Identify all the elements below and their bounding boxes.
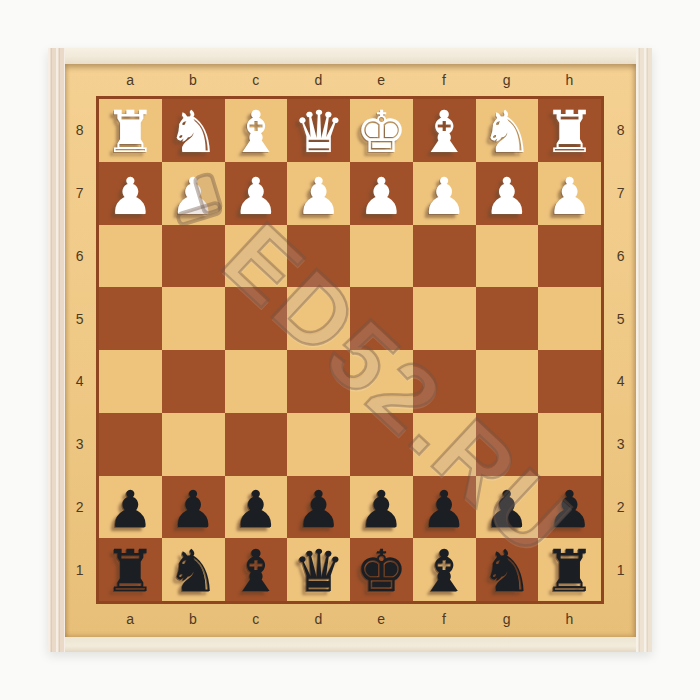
square-f6[interactable]: [413, 225, 476, 288]
square-c1[interactable]: ♝: [225, 538, 288, 601]
rank-label-8-left: 8: [65, 99, 95, 162]
rank-label-4-right: 4: [606, 350, 636, 413]
rank-label-2-left: 2: [65, 476, 95, 539]
demonstration-chessboard: abcdefgh abcdefgh 87654321 87654321 ♜♞♝♛…: [48, 48, 652, 652]
square-c6[interactable]: [225, 225, 288, 288]
square-e2[interactable]: ♟: [350, 476, 413, 539]
frame-bottom-bar: [48, 637, 652, 652]
piece-white-bishop-f8[interactable]: ♝: [418, 104, 470, 161]
piece-black-king-e1[interactable]: ♚: [355, 543, 407, 600]
square-d5[interactable]: [287, 287, 350, 350]
square-e4[interactable]: [350, 350, 413, 413]
square-c4[interactable]: [225, 350, 288, 413]
rank-label-3-right: 3: [606, 413, 636, 476]
square-a6[interactable]: [99, 225, 162, 288]
file-label-f-top: f: [413, 67, 476, 93]
frame-left-bar: [48, 48, 65, 652]
frame-right-bar: [636, 48, 652, 652]
square-e7[interactable]: ♟: [350, 162, 413, 225]
piece-black-pawn-f2[interactable]: ♟: [421, 485, 467, 535]
rank-label-7-right: 7: [606, 162, 636, 225]
rank-label-4-left: 4: [65, 350, 95, 413]
piece-black-pawn-c2[interactable]: ♟: [233, 485, 279, 535]
piece-black-pawn-a2[interactable]: ♟: [108, 485, 154, 535]
square-d2[interactable]: ♟: [287, 476, 350, 539]
square-h7[interactable]: ♟: [538, 162, 601, 225]
piece-white-rook-a8[interactable]: ♜: [104, 104, 156, 161]
piece-white-pawn-d7[interactable]: ♟: [296, 172, 342, 222]
square-g2[interactable]: ♟: [476, 476, 539, 539]
square-b2[interactable]: ♟: [162, 476, 225, 539]
square-h6[interactable]: [538, 225, 601, 288]
rank-labels-right: 87654321: [606, 99, 636, 601]
rank-label-6-right: 6: [606, 225, 636, 288]
square-g1[interactable]: ♞: [476, 538, 539, 601]
piece-white-pawn-f7[interactable]: ♟: [421, 172, 467, 222]
square-c2[interactable]: ♟: [225, 476, 288, 539]
square-c7[interactable]: ♟: [225, 162, 288, 225]
rank-label-3-left: 3: [65, 413, 95, 476]
piece-black-bishop-c1[interactable]: ♝: [230, 543, 282, 600]
piece-white-knight-g8[interactable]: ♞: [481, 104, 533, 161]
rank-label-8-right: 8: [606, 99, 636, 162]
piece-white-queen-d8[interactable]: ♛: [293, 104, 345, 161]
square-g8[interactable]: ♞: [476, 99, 539, 162]
square-e6[interactable]: [350, 225, 413, 288]
square-g3[interactable]: [476, 413, 539, 476]
square-d3[interactable]: [287, 413, 350, 476]
square-a1[interactable]: ♜: [99, 538, 162, 601]
square-d4[interactable]: [287, 350, 350, 413]
file-label-h-bottom: h: [538, 606, 601, 632]
piece-white-rook-h8[interactable]: ♜: [544, 104, 596, 161]
square-b3[interactable]: [162, 413, 225, 476]
rank-label-6-left: 6: [65, 225, 95, 288]
square-f7[interactable]: ♟: [413, 162, 476, 225]
square-b4[interactable]: [162, 350, 225, 413]
square-a7[interactable]: ♟: [99, 162, 162, 225]
square-a3[interactable]: [99, 413, 162, 476]
square-c5[interactable]: [225, 287, 288, 350]
square-d8[interactable]: ♛: [287, 99, 350, 162]
piece-white-pawn-b7[interactable]: ♟: [170, 172, 216, 222]
file-label-c-top: c: [225, 67, 288, 93]
square-h1[interactable]: ♜: [538, 538, 601, 601]
square-a8[interactable]: ♜: [99, 99, 162, 162]
square-c8[interactable]: ♝: [225, 99, 288, 162]
piece-white-pawn-g7[interactable]: ♟: [484, 172, 530, 222]
square-f2[interactable]: ♟: [413, 476, 476, 539]
file-label-e-bottom: e: [350, 606, 413, 632]
file-labels-bottom: abcdefgh: [99, 606, 601, 632]
file-label-f-bottom: f: [413, 606, 476, 632]
piece-white-pawn-a7[interactable]: ♟: [108, 172, 154, 222]
piece-black-pawn-g2[interactable]: ♟: [484, 485, 530, 535]
file-labels-top: abcdefgh: [99, 67, 601, 93]
file-label-a-top: a: [99, 67, 162, 93]
file-label-d-bottom: d: [287, 606, 350, 632]
file-label-h-top: h: [538, 67, 601, 93]
square-g5[interactable]: [476, 287, 539, 350]
file-label-d-top: d: [287, 67, 350, 93]
board-field: abcdefgh abcdefgh 87654321 87654321 ♜♞♝♛…: [65, 64, 636, 637]
square-d6[interactable]: [287, 225, 350, 288]
file-label-c-bottom: c: [225, 606, 288, 632]
rank-label-5-right: 5: [606, 287, 636, 350]
square-b8[interactable]: ♞: [162, 99, 225, 162]
piece-white-pawn-e7[interactable]: ♟: [359, 172, 405, 222]
piece-black-pawn-e2[interactable]: ♟: [359, 485, 405, 535]
square-g7[interactable]: ♟: [476, 162, 539, 225]
rank-label-1-left: 1: [65, 538, 95, 601]
square-h5[interactable]: [538, 287, 601, 350]
square-f4[interactable]: [413, 350, 476, 413]
rank-label-7-left: 7: [65, 162, 95, 225]
square-h8[interactable]: ♜: [538, 99, 601, 162]
square-b6[interactable]: [162, 225, 225, 288]
piece-white-knight-b8[interactable]: ♞: [167, 104, 219, 161]
piece-black-pawn-h2[interactable]: ♟: [547, 485, 593, 535]
square-e3[interactable]: [350, 413, 413, 476]
square-e1[interactable]: ♚: [350, 538, 413, 601]
square-f8[interactable]: ♝: [413, 99, 476, 162]
piece-white-bishop-c8[interactable]: ♝: [230, 104, 282, 161]
file-label-b-bottom: b: [162, 606, 225, 632]
square-h2[interactable]: ♟: [538, 476, 601, 539]
frame-top-bar: [48, 48, 652, 64]
piece-white-pawn-h7[interactable]: ♟: [547, 172, 593, 222]
piece-black-knight-b1[interactable]: ♞: [167, 543, 219, 600]
piece-white-king-e8[interactable]: ♚: [355, 104, 407, 161]
piece-black-rook-h1[interactable]: ♜: [544, 543, 596, 600]
piece-black-pawn-d2[interactable]: ♟: [296, 485, 342, 535]
square-d7[interactable]: ♟: [287, 162, 350, 225]
piece-black-knight-g1[interactable]: ♞: [481, 543, 533, 600]
file-label-a-bottom: a: [99, 606, 162, 632]
rank-label-1-right: 1: [606, 538, 636, 601]
square-a5[interactable]: [99, 287, 162, 350]
square-d1[interactable]: ♛: [287, 538, 350, 601]
square-f3[interactable]: [413, 413, 476, 476]
file-label-b-top: b: [162, 67, 225, 93]
file-label-g-bottom: g: [476, 606, 539, 632]
file-label-g-top: g: [476, 67, 539, 93]
square-c3[interactable]: [225, 413, 288, 476]
piece-black-bishop-f1[interactable]: ♝: [418, 543, 470, 600]
rank-label-5-left: 5: [65, 287, 95, 350]
piece-black-queen-d1[interactable]: ♛: [293, 543, 345, 600]
square-e8[interactable]: ♚: [350, 99, 413, 162]
square-a4[interactable]: [99, 350, 162, 413]
rank-labels-left: 87654321: [65, 99, 95, 601]
file-label-e-top: e: [350, 67, 413, 93]
square-g6[interactable]: [476, 225, 539, 288]
piece-white-pawn-c7[interactable]: ♟: [233, 172, 279, 222]
square-f1[interactable]: ♝: [413, 538, 476, 601]
square-a2[interactable]: ♟: [99, 476, 162, 539]
square-h3[interactable]: [538, 413, 601, 476]
rank-label-2-right: 2: [606, 476, 636, 539]
piece-black-rook-a1[interactable]: ♜: [104, 543, 156, 600]
square-f5[interactable]: [413, 287, 476, 350]
square-h4[interactable]: [538, 350, 601, 413]
square-g4[interactable]: [476, 350, 539, 413]
chess-board: ♜♞♝♛♚♝♞♜♟♟♟♟♟♟♟♟♟♟♟♟♟♟♟♟♜♞♝♛♚♝♞♜: [96, 96, 604, 604]
square-b1[interactable]: ♞: [162, 538, 225, 601]
square-e5[interactable]: [350, 287, 413, 350]
square-b7[interactable]: ♟: [162, 162, 225, 225]
piece-black-pawn-b2[interactable]: ♟: [170, 485, 216, 535]
square-b5[interactable]: [162, 287, 225, 350]
